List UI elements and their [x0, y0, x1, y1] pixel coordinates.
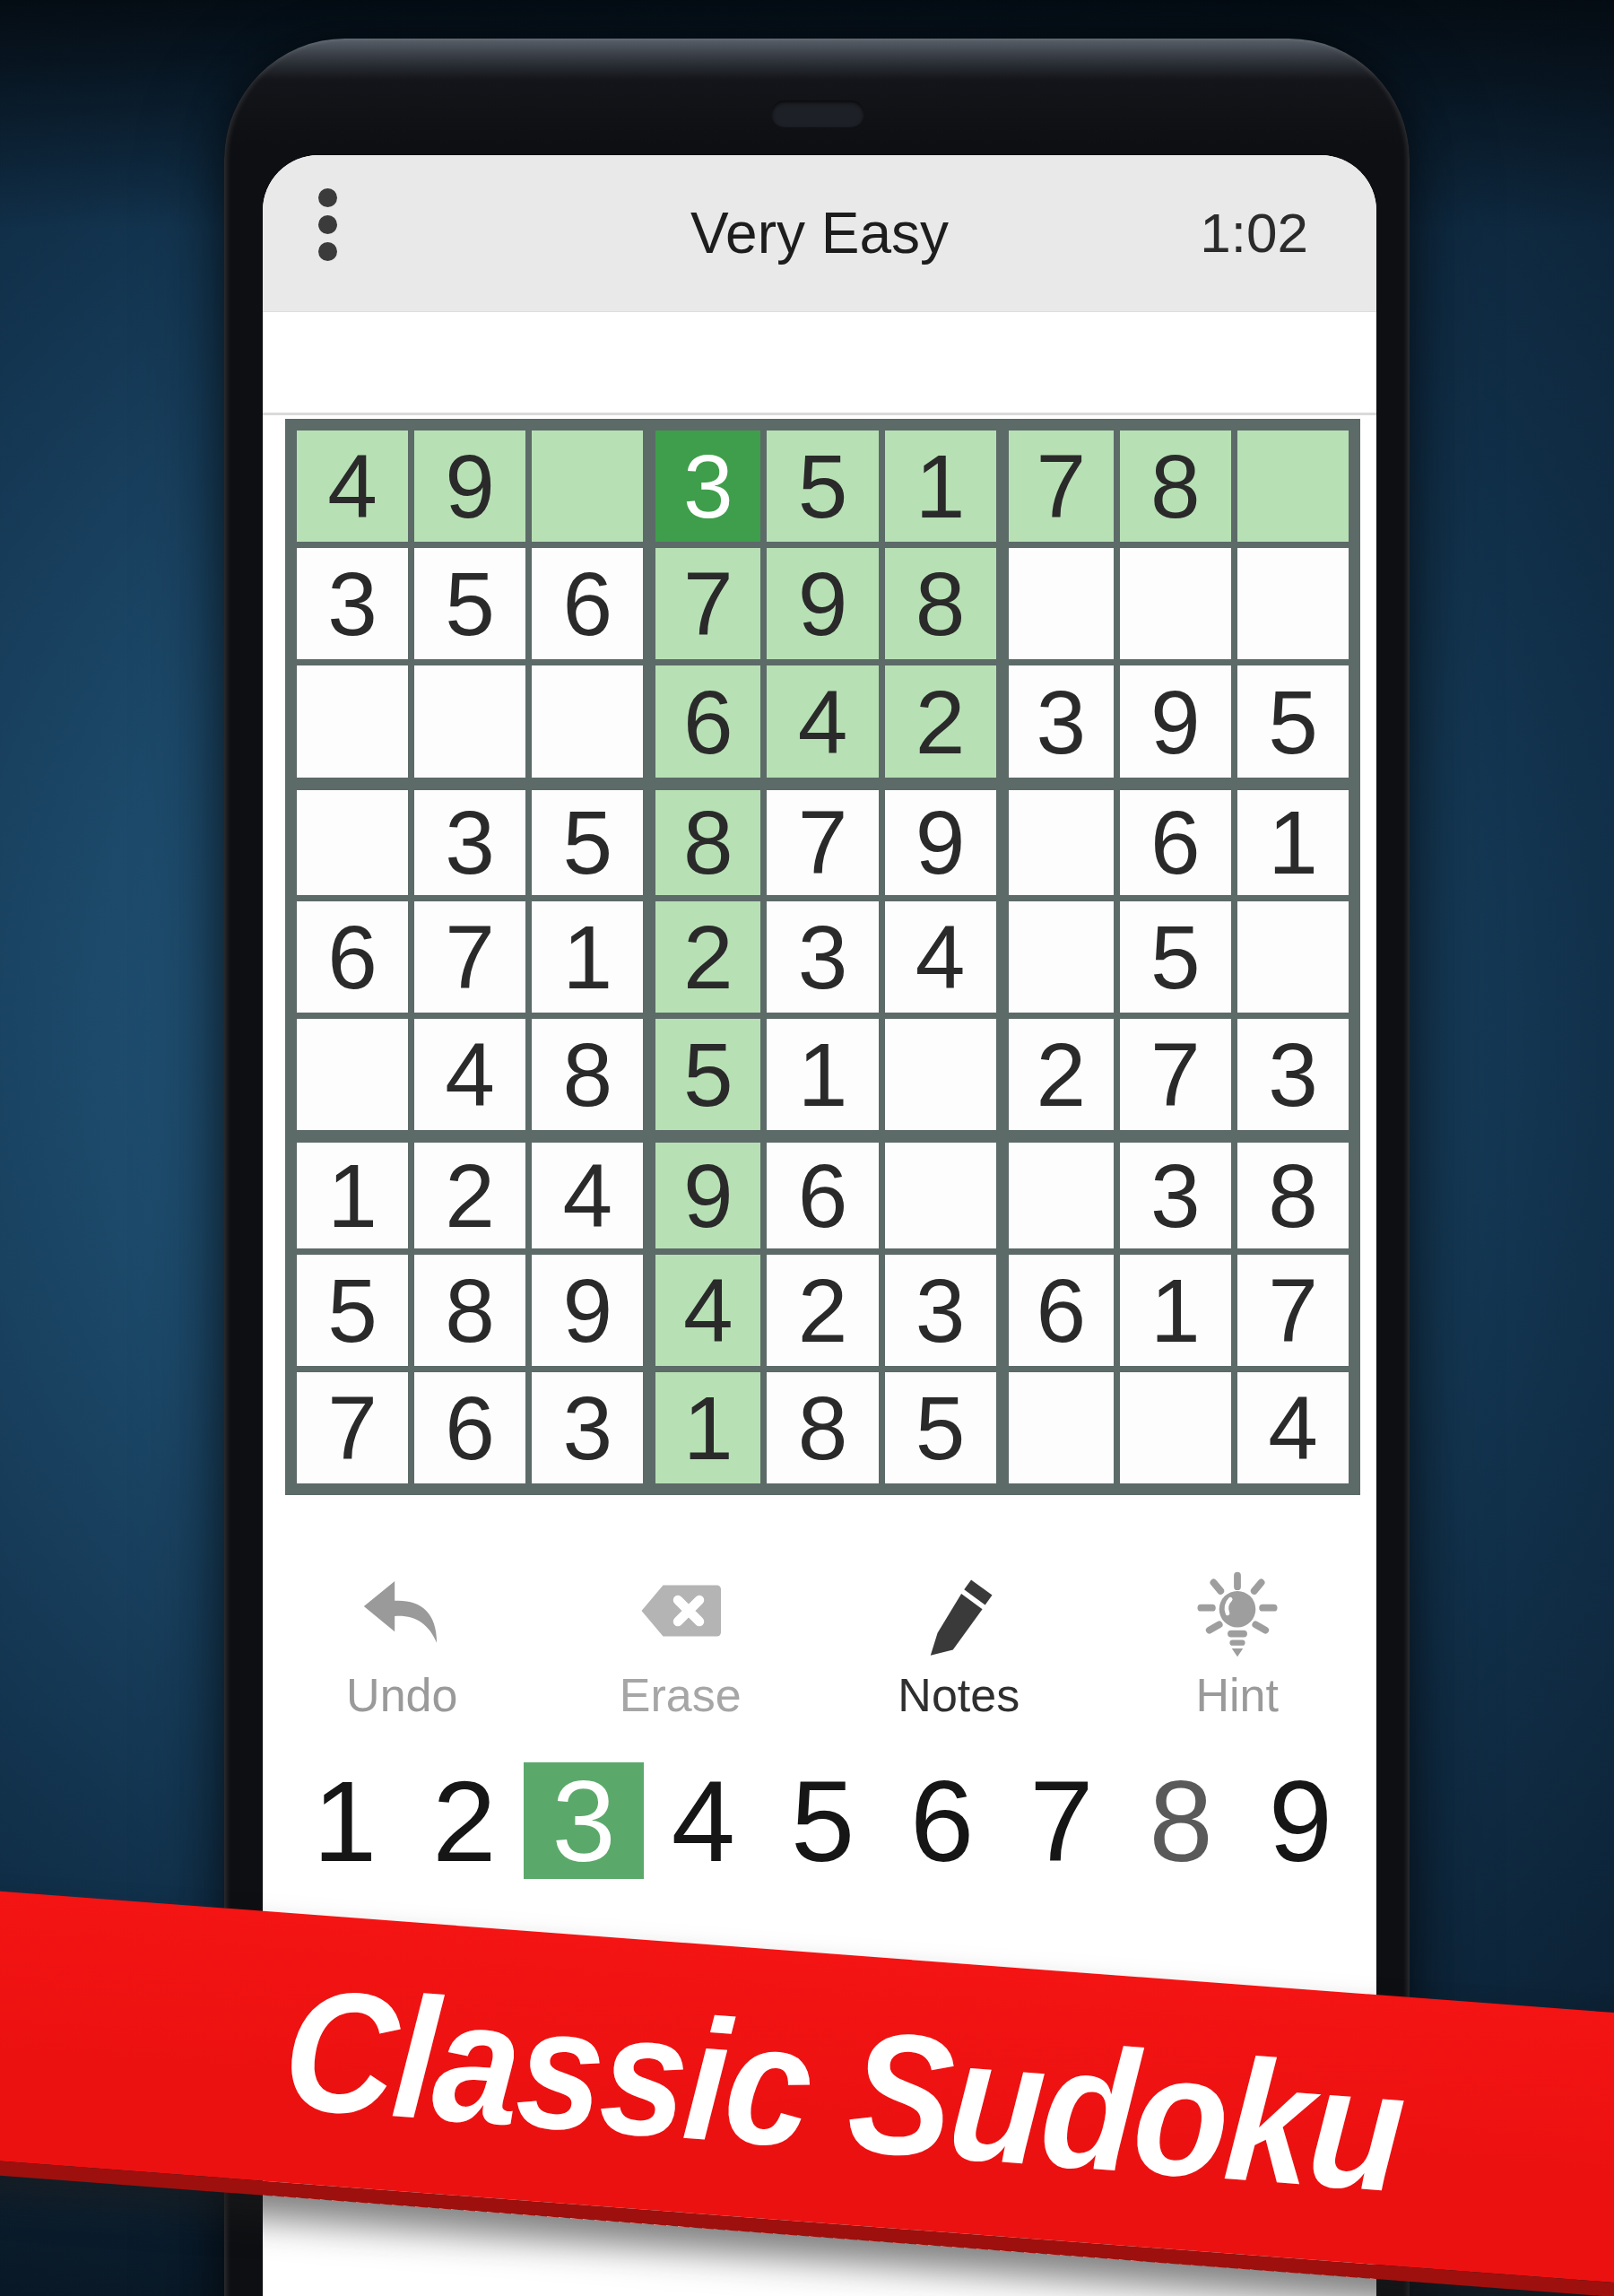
cell-r7c6[interactable]	[885, 1136, 996, 1248]
cell-r5c6[interactable]: 4	[885, 901, 996, 1013]
cell-r7c9[interactable]: 8	[1237, 1136, 1349, 1248]
toolbar: Undo Erase Notes	[263, 1568, 1376, 1752]
cell-r6c9[interactable]: 3	[1237, 1019, 1349, 1130]
cell-r9c6[interactable]: 5	[885, 1372, 996, 1483]
key-7[interactable]: 7	[1002, 1762, 1121, 1879]
speaker-grille	[771, 100, 864, 127]
cell-r6c1[interactable]	[297, 1019, 408, 1130]
cell-r9c4[interactable]: 1	[649, 1372, 760, 1483]
cell-r7c2[interactable]: 2	[414, 1136, 525, 1248]
cell-r6c7[interactable]: 2	[1002, 1019, 1114, 1130]
cell-r4c6[interactable]: 9	[885, 784, 996, 895]
cell-r1c3[interactable]	[532, 430, 643, 542]
sudoku-board: 4935178356798642395358796167123454851273…	[285, 419, 1360, 1495]
cell-r2c5[interactable]: 9	[767, 548, 878, 659]
cell-r8c4[interactable]: 4	[649, 1255, 760, 1366]
cell-r3c1[interactable]	[297, 665, 408, 777]
cell-r4c9[interactable]: 1	[1237, 784, 1349, 895]
key-2[interactable]: 2	[404, 1762, 524, 1879]
cell-r1c1[interactable]: 4	[297, 430, 408, 542]
cell-r3c3[interactable]	[532, 665, 643, 777]
banner-text: Classic Sudoku	[278, 1949, 1410, 2231]
key-6[interactable]: 6	[882, 1762, 1002, 1879]
cell-r9c3[interactable]: 3	[532, 1372, 643, 1483]
cell-r3c8[interactable]: 9	[1120, 665, 1231, 777]
cell-r4c3[interactable]: 5	[532, 784, 643, 895]
cell-r9c9[interactable]: 4	[1237, 1372, 1349, 1483]
cell-r8c7[interactable]: 6	[1002, 1255, 1114, 1366]
pencil-icon	[914, 1568, 1003, 1665]
key-3[interactable]: 3	[524, 1762, 643, 1879]
cell-r4c2[interactable]: 3	[414, 784, 525, 895]
cell-r8c9[interactable]: 7	[1237, 1255, 1349, 1366]
cell-r7c8[interactable]: 3	[1120, 1136, 1231, 1248]
cell-r6c3[interactable]: 8	[532, 1019, 643, 1130]
cell-r8c5[interactable]: 2	[767, 1255, 878, 1366]
cell-r2c1[interactable]: 3	[297, 548, 408, 659]
cell-r5c7[interactable]	[1002, 901, 1114, 1013]
hint-button[interactable]: Hint	[1098, 1568, 1377, 1752]
erase-label: Erase	[620, 1668, 742, 1722]
cell-r8c2[interactable]: 8	[414, 1255, 525, 1366]
cell-r1c7[interactable]: 7	[1002, 430, 1114, 542]
key-4[interactable]: 4	[644, 1762, 763, 1879]
undo-arrow-icon	[357, 1568, 447, 1665]
cell-r7c5[interactable]: 6	[767, 1136, 878, 1248]
cell-r5c2[interactable]: 7	[414, 901, 525, 1013]
background: { "game": "sudoku", "position": "4903517…	[0, 0, 1614, 2296]
cell-r2c3[interactable]: 6	[532, 548, 643, 659]
cell-r7c1[interactable]: 1	[297, 1136, 408, 1248]
cell-r4c1[interactable]	[297, 784, 408, 895]
cell-r9c5[interactable]: 8	[767, 1372, 878, 1483]
hint-label: Hint	[1196, 1668, 1279, 1722]
cell-r5c1[interactable]: 6	[297, 901, 408, 1013]
key-8[interactable]: 8	[1122, 1762, 1241, 1879]
cell-r8c3[interactable]: 9	[532, 1255, 643, 1366]
cell-r7c4[interactable]: 9	[649, 1136, 760, 1248]
cell-r4c8[interactable]: 6	[1120, 784, 1231, 895]
cell-r2c8[interactable]	[1120, 548, 1231, 659]
cell-r3c4[interactable]: 6	[649, 665, 760, 777]
cell-r2c4[interactable]: 7	[649, 548, 760, 659]
erase-button[interactable]: Erase	[542, 1568, 820, 1752]
cell-r8c6[interactable]: 3	[885, 1255, 996, 1366]
cell-r5c4[interactable]: 2	[649, 901, 760, 1013]
cell-r3c7[interactable]: 3	[1002, 665, 1114, 777]
cell-r1c4[interactable]: 3	[649, 430, 760, 542]
cell-r9c2[interactable]: 6	[414, 1372, 525, 1483]
notes-label: Notes	[898, 1668, 1020, 1722]
cell-r2c6[interactable]: 8	[885, 548, 996, 659]
cell-r5c8[interactable]: 5	[1120, 901, 1231, 1013]
cell-r2c9[interactable]	[1237, 548, 1349, 659]
cell-r5c5[interactable]: 3	[767, 901, 878, 1013]
cell-r6c5[interactable]: 1	[767, 1019, 878, 1130]
cell-r1c5[interactable]: 5	[767, 430, 878, 542]
cell-r7c7[interactable]	[1002, 1136, 1114, 1248]
divider	[263, 413, 1376, 415]
cell-r3c9[interactable]: 5	[1237, 665, 1349, 777]
cell-r1c9[interactable]	[1237, 430, 1349, 542]
cell-r2c2[interactable]: 5	[414, 548, 525, 659]
cell-r6c2[interactable]: 4	[414, 1019, 525, 1130]
cell-r1c8[interactable]: 8	[1120, 430, 1231, 542]
cell-r6c4[interactable]: 5	[649, 1019, 760, 1130]
cell-r3c2[interactable]	[414, 665, 525, 777]
backspace-icon	[638, 1568, 724, 1665]
cell-r2c7[interactable]	[1002, 548, 1114, 659]
lightbulb-icon	[1193, 1568, 1282, 1665]
cell-r1c6[interactable]: 1	[885, 430, 996, 542]
cell-r3c5[interactable]: 4	[767, 665, 878, 777]
cell-r8c1[interactable]: 5	[297, 1255, 408, 1366]
notes-button[interactable]: Notes	[820, 1568, 1098, 1752]
key-1[interactable]: 1	[285, 1762, 404, 1879]
cell-r6c8[interactable]: 7	[1120, 1019, 1231, 1130]
key-5[interactable]: 5	[763, 1762, 882, 1879]
game-timer: 1:02	[1200, 155, 1308, 311]
cell-r4c4[interactable]: 8	[649, 784, 760, 895]
cell-r5c3[interactable]: 1	[532, 901, 643, 1013]
cell-r7c3[interactable]: 4	[532, 1136, 643, 1248]
cell-r1c2[interactable]: 9	[414, 430, 525, 542]
cell-r6c6[interactable]	[885, 1019, 996, 1130]
cell-r9c8[interactable]	[1120, 1372, 1231, 1483]
cell-r9c7[interactable]	[1002, 1372, 1114, 1483]
number-pad: 123456789	[285, 1761, 1360, 1880]
undo-label: Undo	[346, 1668, 457, 1722]
cell-r4c7[interactable]	[1002, 784, 1114, 895]
key-9[interactable]: 9	[1241, 1762, 1360, 1879]
cell-r3c6[interactable]: 2	[885, 665, 996, 777]
app-bar: Very Easy 1:02	[263, 155, 1376, 312]
cell-r9c1[interactable]: 7	[297, 1372, 408, 1483]
cell-r8c8[interactable]: 1	[1120, 1255, 1231, 1366]
cell-r5c9[interactable]	[1237, 901, 1349, 1013]
undo-button[interactable]: Undo	[263, 1568, 542, 1752]
cell-r4c5[interactable]: 7	[767, 784, 878, 895]
